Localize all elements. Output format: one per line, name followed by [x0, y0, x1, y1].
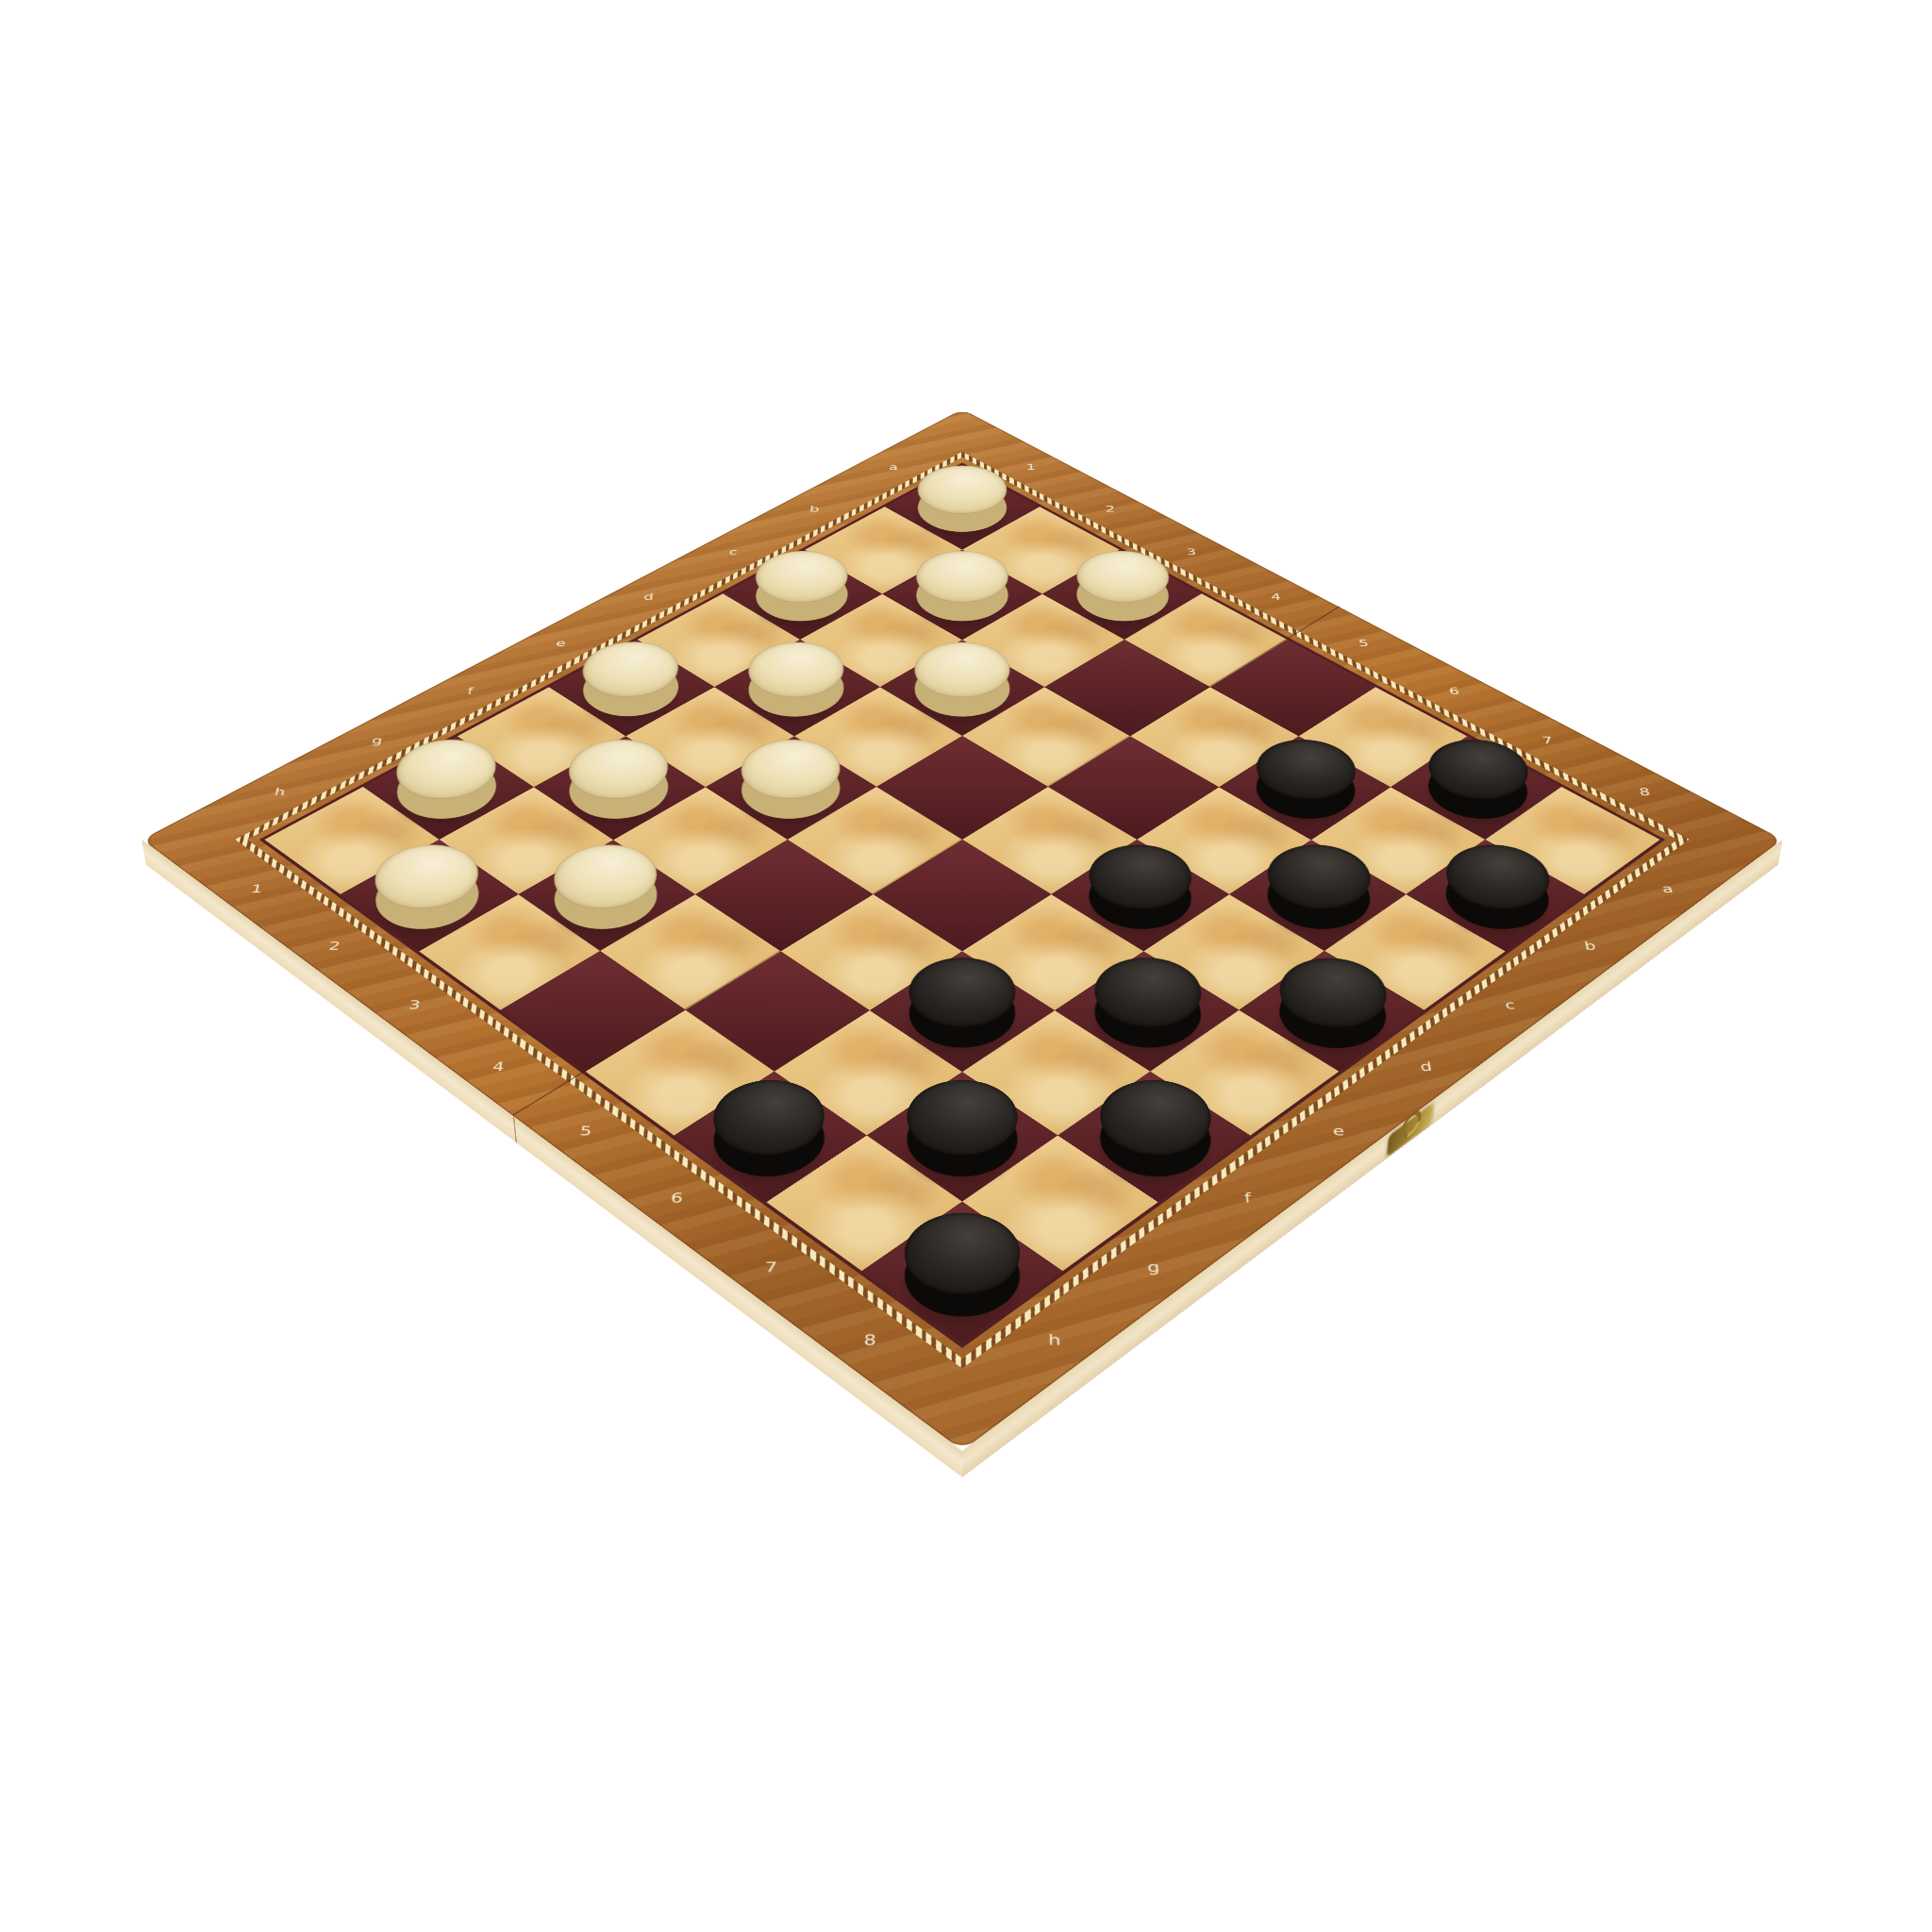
- coord-number-upper-right-4: 4: [1271, 592, 1282, 601]
- fold-hinge-seam: [513, 1116, 517, 1143]
- coord-number-upper-right-1: 1: [1026, 463, 1036, 471]
- coord-number-upper-right-8: 8: [1639, 787, 1652, 797]
- coord-number-upper-right-3: 3: [1187, 548, 1197, 557]
- coord-letter-upper-left-c: c: [728, 548, 738, 557]
- coord-letter-upper-left-a: a: [889, 463, 898, 471]
- board: 1234567812345678abcdefghabcdefgh: [142, 409, 1782, 1451]
- coord-letter-upper-left-h: h: [274, 787, 287, 797]
- photo-canvas: { "game": "checkers (English draughts) o…: [0, 0, 1932, 1932]
- coord-letter-upper-left-e: e: [556, 639, 567, 648]
- coord-number-upper-right-7: 7: [1541, 736, 1554, 745]
- coord-number-upper-right-6: 6: [1448, 686, 1460, 695]
- board-field: [259, 463, 1666, 1348]
- coord-number-upper-right-5: 5: [1357, 639, 1369, 648]
- square-e5[interactable]: [874, 840, 1051, 951]
- coord-letter-upper-left-b: b: [809, 505, 820, 513]
- coord-letter-upper-left-g: g: [371, 736, 383, 745]
- coord-letter-upper-left-d: d: [643, 592, 655, 601]
- scene: 1234567812345678abcdefghabcdefgh: [0, 0, 1932, 1932]
- coord-number-upper-right-2: 2: [1105, 505, 1115, 513]
